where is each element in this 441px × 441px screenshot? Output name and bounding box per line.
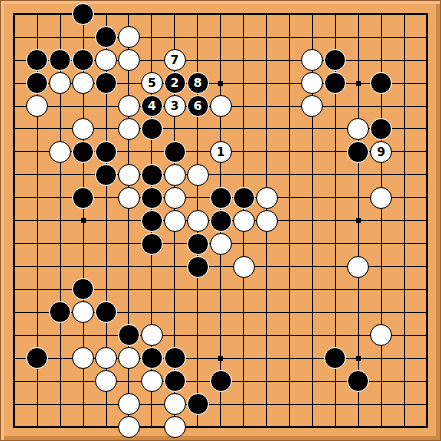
stone-black	[141, 210, 163, 232]
stone-white	[118, 118, 140, 140]
stone-white	[118, 164, 140, 186]
move-number-label: 2	[171, 77, 179, 89]
stone-black	[26, 347, 48, 369]
stone-white	[118, 49, 140, 71]
stone-white	[118, 187, 140, 209]
stone-white	[95, 347, 117, 369]
stone-white	[72, 72, 94, 94]
hoshi-point	[218, 356, 223, 361]
stone-white	[164, 210, 186, 232]
stone-black	[72, 3, 94, 25]
stone-black	[49, 301, 71, 323]
hoshi-point	[356, 218, 361, 223]
move-number-label: 3	[171, 100, 179, 112]
stone-black	[210, 187, 232, 209]
stone-black	[95, 72, 117, 94]
stone-white	[49, 72, 71, 94]
stone-white	[347, 118, 369, 140]
stone-white	[118, 393, 140, 415]
stone-white	[49, 141, 71, 163]
stone-white	[118, 416, 140, 438]
grid-line-horizontal	[13, 404, 428, 405]
stone-black	[95, 301, 117, 323]
stone-white	[141, 324, 163, 346]
stone-white	[72, 347, 94, 369]
stone-black	[324, 72, 346, 94]
stone-black	[324, 49, 346, 71]
stone-white	[72, 118, 94, 140]
stone-black	[347, 141, 369, 163]
stone-black	[118, 324, 140, 346]
stone-black	[141, 347, 163, 369]
stone-move-6: 6	[187, 95, 209, 117]
stone-white	[164, 164, 186, 186]
stone-move-5: 5	[141, 72, 163, 94]
hoshi-point	[218, 81, 223, 86]
stone-black	[95, 164, 117, 186]
grid-line-horizontal	[13, 426, 428, 428]
move-number-label: 8	[194, 77, 202, 89]
hoshi-point	[356, 81, 361, 86]
stone-white	[95, 49, 117, 71]
move-number-label: 7	[171, 54, 179, 66]
stone-white	[233, 256, 255, 278]
move-number-label: 4	[148, 100, 156, 112]
stone-black	[347, 370, 369, 392]
hoshi-point	[356, 356, 361, 361]
stone-black	[324, 347, 346, 369]
stone-white	[210, 95, 232, 117]
stone-black	[141, 233, 163, 255]
stone-black	[141, 118, 163, 140]
stone-black	[164, 370, 186, 392]
grid-line-vertical	[289, 13, 290, 428]
stone-black	[95, 26, 117, 48]
stone-black	[210, 210, 232, 232]
stone-black	[164, 347, 186, 369]
stone-black	[210, 370, 232, 392]
stone-white	[164, 416, 186, 438]
stone-white	[233, 210, 255, 232]
stone-white	[256, 210, 278, 232]
stone-move-8: 8	[187, 72, 209, 94]
stone-move-2: 2	[164, 72, 186, 94]
stone-move-1: 1	[210, 141, 232, 163]
stone-white	[164, 187, 186, 209]
stone-white	[301, 95, 323, 117]
stone-black	[72, 49, 94, 71]
stone-move-3: 3	[164, 95, 186, 117]
stone-black	[26, 72, 48, 94]
grid-line-horizontal	[13, 335, 428, 336]
move-number-label: 9	[377, 146, 385, 158]
stone-white	[118, 95, 140, 117]
grid-line-vertical	[426, 13, 428, 428]
stone-white	[141, 370, 163, 392]
go-board[interactable]: 752843619	[0, 0, 441, 441]
stone-black	[370, 72, 392, 94]
stone-move-7: 7	[164, 49, 186, 71]
stone-white	[301, 49, 323, 71]
stone-black	[72, 278, 94, 300]
stone-white	[26, 95, 48, 117]
stone-black	[26, 49, 48, 71]
stone-white	[95, 370, 117, 392]
stone-white	[118, 347, 140, 369]
stone-white	[72, 301, 94, 323]
stone-white	[210, 233, 232, 255]
stone-black	[141, 187, 163, 209]
move-number-label: 1	[216, 146, 224, 158]
grid-line-vertical	[404, 13, 405, 428]
stone-white	[164, 393, 186, 415]
stone-white	[347, 256, 369, 278]
stone-white	[370, 324, 392, 346]
stone-white	[118, 26, 140, 48]
stone-white	[187, 164, 209, 186]
stone-white	[301, 72, 323, 94]
stone-black	[233, 187, 255, 209]
stone-black	[187, 393, 209, 415]
stone-black	[49, 49, 71, 71]
stone-black	[187, 256, 209, 278]
move-number-label: 5	[148, 77, 156, 89]
stone-move-9: 9	[370, 141, 392, 163]
stone-white	[256, 187, 278, 209]
stone-black	[187, 233, 209, 255]
stone-black	[72, 187, 94, 209]
stone-black	[95, 141, 117, 163]
hoshi-point	[81, 218, 86, 223]
stone-move-4: 4	[141, 95, 163, 117]
stone-black	[164, 141, 186, 163]
move-number-label: 6	[194, 100, 202, 112]
stone-black	[370, 118, 392, 140]
stone-black	[72, 141, 94, 163]
stone-white	[370, 187, 392, 209]
stone-black	[141, 164, 163, 186]
stone-white	[187, 210, 209, 232]
